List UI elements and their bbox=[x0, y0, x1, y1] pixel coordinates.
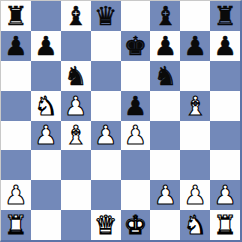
square-g5[interactable]: ♝ bbox=[180, 91, 210, 121]
square-b1[interactable] bbox=[31, 210, 61, 240]
square-h5[interactable] bbox=[210, 91, 240, 121]
square-d1[interactable]: ♛ bbox=[91, 210, 121, 240]
piece-black-pawn[interactable]: ♟ bbox=[154, 33, 177, 59]
square-c8[interactable]: ♝ bbox=[61, 1, 91, 31]
square-c1[interactable] bbox=[61, 210, 91, 240]
square-g4[interactable] bbox=[180, 121, 210, 151]
piece-white-pawn[interactable]: ♟ bbox=[94, 122, 117, 148]
piece-black-rook[interactable]: ♜ bbox=[213, 3, 236, 29]
square-d7[interactable] bbox=[91, 31, 121, 61]
piece-black-bishop[interactable]: ♝ bbox=[64, 3, 87, 29]
square-c7[interactable] bbox=[61, 31, 91, 61]
square-f7[interactable]: ♟ bbox=[150, 31, 180, 61]
square-f3[interactable] bbox=[150, 150, 180, 180]
square-b7[interactable]: ♟ bbox=[31, 31, 61, 61]
square-h2[interactable]: ♟ bbox=[210, 180, 240, 210]
square-a3[interactable] bbox=[1, 150, 31, 180]
piece-black-knight[interactable]: ♞ bbox=[64, 63, 87, 89]
square-e8[interactable] bbox=[121, 1, 151, 31]
square-g6[interactable] bbox=[180, 61, 210, 91]
piece-black-pawn[interactable]: ♟ bbox=[124, 93, 147, 119]
square-a7[interactable]: ♟ bbox=[1, 31, 31, 61]
square-c2[interactable] bbox=[61, 180, 91, 210]
piece-white-pawn[interactable]: ♟ bbox=[34, 122, 57, 148]
piece-black-queen[interactable]: ♛ bbox=[94, 3, 117, 29]
piece-black-pawn[interactable]: ♟ bbox=[184, 33, 207, 59]
square-b8[interactable] bbox=[31, 1, 61, 31]
square-d5[interactable] bbox=[91, 91, 121, 121]
square-h7[interactable]: ♟ bbox=[210, 31, 240, 61]
square-e3[interactable] bbox=[121, 150, 151, 180]
piece-black-pawn[interactable]: ♟ bbox=[4, 33, 27, 59]
square-d2[interactable] bbox=[91, 180, 121, 210]
square-c6[interactable]: ♞ bbox=[61, 61, 91, 91]
square-a6[interactable] bbox=[1, 61, 31, 91]
square-f8[interactable]: ♝ bbox=[150, 1, 180, 31]
square-c3[interactable] bbox=[61, 150, 91, 180]
square-b5[interactable]: ♞ bbox=[31, 91, 61, 121]
square-h3[interactable] bbox=[210, 150, 240, 180]
square-g7[interactable]: ♟ bbox=[180, 31, 210, 61]
piece-white-pawn[interactable]: ♟ bbox=[124, 122, 147, 148]
square-e5[interactable]: ♟ bbox=[121, 91, 151, 121]
piece-white-bishop[interactable]: ♝ bbox=[184, 93, 207, 119]
square-d3[interactable] bbox=[91, 150, 121, 180]
piece-black-pawn[interactable]: ♟ bbox=[213, 33, 236, 59]
piece-black-king[interactable]: ♚ bbox=[124, 33, 147, 59]
square-f4[interactable] bbox=[150, 121, 180, 151]
piece-white-rook[interactable]: ♜ bbox=[4, 212, 27, 238]
square-d4[interactable]: ♟ bbox=[91, 121, 121, 151]
piece-white-pawn[interactable]: ♟ bbox=[4, 182, 27, 208]
square-e4[interactable]: ♟ bbox=[121, 121, 151, 151]
square-e6[interactable] bbox=[121, 61, 151, 91]
square-f1[interactable] bbox=[150, 210, 180, 240]
piece-white-bishop[interactable]: ♝ bbox=[64, 122, 87, 148]
piece-white-king[interactable]: ♚ bbox=[124, 212, 147, 238]
square-h8[interactable]: ♜ bbox=[210, 1, 240, 31]
square-g8[interactable] bbox=[180, 1, 210, 31]
square-c5[interactable]: ♟ bbox=[61, 91, 91, 121]
piece-white-knight[interactable]: ♞ bbox=[184, 212, 207, 238]
square-a4[interactable] bbox=[1, 121, 31, 151]
chess-board: ♜♝♛♝♜♟♟♚♟♟♟♞♞♞♟♟♝♟♝♟♟♟♟♟♟♜♛♚♞♜ bbox=[0, 0, 242, 242]
piece-black-pawn[interactable]: ♟ bbox=[34, 33, 57, 59]
piece-white-queen[interactable]: ♛ bbox=[94, 212, 117, 238]
piece-white-knight[interactable]: ♞ bbox=[34, 93, 57, 119]
square-e1[interactable]: ♚ bbox=[121, 210, 151, 240]
square-b4[interactable]: ♟ bbox=[31, 121, 61, 151]
piece-black-bishop[interactable]: ♝ bbox=[154, 3, 177, 29]
square-e2[interactable] bbox=[121, 180, 151, 210]
piece-white-pawn[interactable]: ♟ bbox=[213, 182, 236, 208]
square-d6[interactable] bbox=[91, 61, 121, 91]
piece-white-rook[interactable]: ♜ bbox=[213, 212, 236, 238]
chess-board-widget: ♜♝♛♝♜♟♟♚♟♟♟♞♞♞♟♟♝♟♝♟♟♟♟♟♟♜♛♚♞♜ bbox=[0, 0, 242, 242]
square-c4[interactable]: ♝ bbox=[61, 121, 91, 151]
square-a2[interactable]: ♟ bbox=[1, 180, 31, 210]
square-h6[interactable] bbox=[210, 61, 240, 91]
piece-white-pawn[interactable]: ♟ bbox=[154, 182, 177, 208]
piece-white-pawn[interactable]: ♟ bbox=[184, 182, 207, 208]
piece-white-pawn[interactable]: ♟ bbox=[64, 93, 87, 119]
square-d8[interactable]: ♛ bbox=[91, 1, 121, 31]
square-b3[interactable] bbox=[31, 150, 61, 180]
square-b2[interactable] bbox=[31, 180, 61, 210]
square-b6[interactable] bbox=[31, 61, 61, 91]
piece-black-rook[interactable]: ♜ bbox=[4, 3, 27, 29]
square-a5[interactable] bbox=[1, 91, 31, 121]
square-a8[interactable]: ♜ bbox=[1, 1, 31, 31]
square-f5[interactable] bbox=[150, 91, 180, 121]
square-e7[interactable]: ♚ bbox=[121, 31, 151, 61]
square-g3[interactable] bbox=[180, 150, 210, 180]
square-f2[interactable]: ♟ bbox=[150, 180, 180, 210]
square-f6[interactable]: ♞ bbox=[150, 61, 180, 91]
square-h4[interactable] bbox=[210, 121, 240, 151]
square-g1[interactable]: ♞ bbox=[180, 210, 210, 240]
piece-black-knight[interactable]: ♞ bbox=[154, 63, 177, 89]
square-a1[interactable]: ♜ bbox=[1, 210, 31, 240]
square-g2[interactable]: ♟ bbox=[180, 180, 210, 210]
square-h1[interactable]: ♜ bbox=[210, 210, 240, 240]
